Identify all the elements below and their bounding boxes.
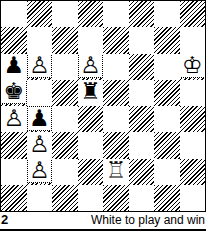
white-pawn-b3-piece: ♙ (29, 133, 50, 156)
square-e5 (103, 80, 129, 106)
white-pawn-d6-piece: ♙ (78, 54, 103, 79)
black-rook-d5-piece: ♜ (80, 80, 101, 103)
square-g5 (154, 80, 180, 106)
square-c8 (52, 1, 78, 27)
square-h2 (180, 159, 206, 185)
square-g8 (154, 1, 180, 27)
square-c7 (52, 27, 78, 53)
square-c2 (52, 159, 78, 185)
square-a6: ♟ (1, 54, 27, 80)
square-g1 (154, 185, 180, 211)
square-f4 (129, 106, 155, 132)
square-b1 (27, 185, 53, 211)
chess-board: ♟♙♙♔♚♜♙♟♙♙♖ (0, 0, 206, 212)
chess-diagram-page: ♟♙♙♔♚♜♙♟♙♙♖ 2 White to play and win (0, 0, 206, 232)
white-pawn-b2-piece: ♙ (27, 159, 52, 184)
square-h3 (180, 132, 206, 158)
square-d4 (78, 106, 104, 132)
square-d6: ♙ (78, 54, 104, 80)
square-h1 (180, 185, 206, 211)
square-f6 (129, 54, 155, 80)
square-c6 (52, 54, 78, 80)
diagram-caption: 2 White to play and win (0, 212, 206, 227)
square-d3 (78, 132, 104, 158)
square-d8 (78, 1, 104, 27)
square-c3 (52, 132, 78, 158)
square-a7 (1, 27, 27, 53)
square-b4: ♟ (27, 106, 53, 132)
diagram-number: 2 (1, 212, 8, 227)
black-king-a5-piece: ♚ (1, 80, 27, 105)
white-pawn-a4-piece: ♙ (3, 107, 24, 130)
square-h7 (180, 27, 206, 53)
square-h4 (180, 106, 206, 132)
square-h8 (180, 1, 206, 27)
square-f8 (129, 1, 155, 27)
square-f1 (129, 185, 155, 211)
square-g2 (154, 159, 180, 185)
square-e6 (103, 54, 129, 80)
white-rook-e2-piece: ♖ (105, 159, 126, 182)
square-e1 (103, 185, 129, 211)
square-a8 (1, 1, 27, 27)
square-e2: ♖ (103, 159, 129, 185)
square-e3 (103, 132, 129, 158)
square-f2 (129, 159, 155, 185)
square-a2 (1, 159, 27, 185)
square-f7 (129, 27, 155, 53)
square-b5 (27, 80, 53, 106)
black-pawn-a6-piece: ♟ (3, 54, 24, 77)
square-h6: ♔ (180, 54, 206, 80)
square-d2 (78, 159, 104, 185)
square-f3 (129, 132, 155, 158)
white-king-h6-piece: ♔ (180, 54, 206, 79)
square-c5 (52, 80, 78, 106)
square-d1 (78, 185, 104, 211)
square-c4 (52, 106, 78, 132)
square-b6: ♙ (27, 54, 53, 80)
square-d5: ♜ (78, 80, 104, 106)
white-pawn-b6-piece: ♙ (27, 54, 52, 79)
square-a4: ♙ (1, 106, 27, 132)
square-e7 (103, 27, 129, 53)
square-b8 (27, 1, 53, 27)
bottom-rule (0, 229, 206, 231)
square-f5 (129, 80, 155, 106)
square-g7 (154, 27, 180, 53)
caption-text: White to play and win (91, 213, 205, 227)
square-b3: ♙ (27, 132, 53, 158)
black-pawn-b4-piece: ♟ (27, 106, 52, 131)
square-d7 (78, 27, 104, 53)
square-h5 (180, 80, 206, 106)
square-b7 (27, 27, 53, 53)
square-a5: ♚ (1, 80, 27, 106)
square-a3 (1, 132, 27, 158)
square-c1 (52, 185, 78, 211)
square-g6 (154, 54, 180, 80)
square-g4 (154, 106, 180, 132)
square-e8 (103, 1, 129, 27)
square-g3 (154, 132, 180, 158)
square-b2: ♙ (27, 159, 53, 185)
square-a1 (1, 185, 27, 211)
square-e4 (103, 106, 129, 132)
